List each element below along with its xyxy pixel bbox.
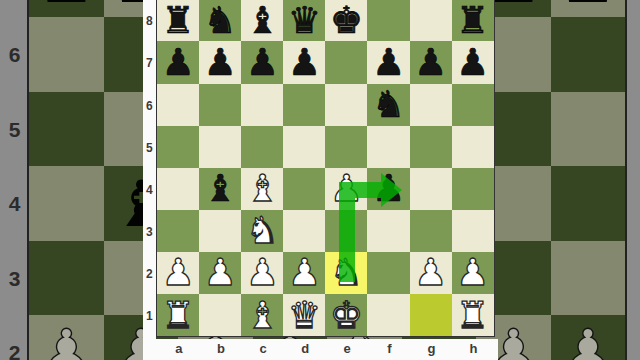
piece-black-bishop[interactable]: ♝	[241, 0, 283, 41]
square-e7[interactable]	[325, 41, 367, 83]
square-e8[interactable]: ♚	[325, 0, 367, 41]
square-h3[interactable]	[452, 210, 494, 252]
square-h6	[551, 17, 626, 92]
file-label-e: e	[326, 339, 368, 360]
square-d7[interactable]: ♟	[283, 41, 325, 83]
rank-label-1: 1	[143, 295, 157, 337]
square-b6[interactable]	[199, 84, 241, 126]
square-g3[interactable]	[410, 210, 452, 252]
file-label-f: f	[368, 339, 410, 360]
square-g2[interactable]: ♟	[410, 252, 452, 294]
square-h6[interactable]	[452, 84, 494, 126]
square-d8[interactable]: ♛	[283, 0, 325, 41]
rank-label-5: 5	[143, 127, 157, 169]
square-h4	[551, 166, 626, 241]
rank-label-3: 3	[143, 211, 157, 253]
piece-black-rook[interactable]: ♜	[157, 0, 199, 41]
piece-white-pawn[interactable]: ♟	[241, 252, 283, 294]
square-c6[interactable]	[241, 84, 283, 126]
square-c5[interactable]	[241, 126, 283, 168]
piece-black-knight[interactable]: ♞	[199, 0, 241, 41]
square-d6[interactable]	[283, 84, 325, 126]
square-h2: ♟	[551, 315, 626, 360]
piece-black-rook[interactable]: ♜	[452, 0, 494, 41]
square-f2[interactable]	[367, 252, 409, 294]
square-a5[interactable]	[157, 126, 199, 168]
piece-black-pawn[interactable]: ♟	[367, 41, 409, 83]
square-f4[interactable]: ♟	[367, 168, 409, 210]
square-c7[interactable]: ♟	[241, 41, 283, 83]
rank-label-4: 4	[143, 169, 157, 211]
square-b1[interactable]	[199, 294, 241, 336]
piece-black-pawn: ♟	[551, 0, 626, 17]
square-a5	[29, 92, 104, 167]
square-a7: ♟	[29, 0, 104, 17]
rank-label-7: 7	[143, 42, 157, 84]
piece-white-queen[interactable]: ♛	[283, 294, 325, 336]
square-h4[interactable]	[452, 168, 494, 210]
piece-white-bishop[interactable]: ♝	[241, 168, 283, 210]
piece-black-pawn[interactable]: ♟	[283, 41, 325, 83]
file-label-g: g	[410, 339, 452, 360]
square-f3[interactable]	[367, 210, 409, 252]
square-a2: ♟	[29, 315, 104, 360]
bg-rank-label-5: 5	[0, 93, 29, 168]
piece-black-pawn[interactable]: ♟	[157, 41, 199, 83]
square-h8[interactable]: ♜	[452, 0, 494, 41]
square-h7: ♟	[551, 0, 626, 17]
rank-labels: 87654321	[143, 0, 157, 360]
piece-black-queen[interactable]: ♛	[283, 0, 325, 41]
square-d1[interactable]: ♛	[283, 294, 325, 336]
piece-white-bishop[interactable]: ♝	[241, 294, 283, 336]
square-e1[interactable]: ♚	[325, 294, 367, 336]
piece-white-pawn[interactable]: ♟	[157, 252, 199, 294]
square-g6[interactable]	[410, 84, 452, 126]
file-label-a: a	[158, 339, 200, 360]
piece-black-knight[interactable]: ♞	[367, 84, 409, 126]
bg-rank-label-3: 3	[0, 242, 29, 317]
square-e3[interactable]	[325, 210, 367, 252]
square-g1[interactable]	[410, 294, 452, 336]
piece-black-pawn[interactable]: ♟	[367, 168, 409, 210]
square-d2[interactable]: ♟	[283, 252, 325, 294]
piece-black-pawn: ♟	[29, 0, 104, 17]
square-c4[interactable]: ♝	[241, 168, 283, 210]
square-a2[interactable]: ♟	[157, 252, 199, 294]
square-a3[interactable]	[157, 210, 199, 252]
piece-white-pawn[interactable]: ♟	[325, 168, 367, 210]
rank-label-8: 8	[143, 0, 157, 42]
rank-label-2: 2	[143, 253, 157, 295]
piece-white-pawn[interactable]: ♟	[452, 252, 494, 294]
rank-label-6: 6	[143, 85, 157, 127]
file-label-h: h	[453, 339, 495, 360]
square-f6[interactable]: ♞	[367, 84, 409, 126]
bg-rank-label-2: 2	[0, 316, 29, 360]
piece-black-pawn[interactable]: ♟	[241, 41, 283, 83]
square-g7[interactable]: ♟	[410, 41, 452, 83]
square-a4[interactable]	[157, 168, 199, 210]
file-label-b: b	[200, 339, 242, 360]
square-c3[interactable]: ♞	[241, 210, 283, 252]
square-c1[interactable]: ♝	[241, 294, 283, 336]
square-g5[interactable]	[410, 126, 452, 168]
bg-rank-label-7: 7	[0, 0, 29, 18]
piece-white-pawn[interactable]: ♟	[410, 252, 452, 294]
square-b2[interactable]: ♟	[199, 252, 241, 294]
piece-black-bishop[interactable]: ♝	[199, 168, 241, 210]
file-label-d: d	[284, 339, 326, 360]
square-a6[interactable]	[157, 84, 199, 126]
piece-white-king[interactable]: ♚	[325, 294, 367, 336]
bg-rank-label-4: 4	[0, 167, 29, 242]
square-a3	[29, 241, 104, 316]
square-b3[interactable]	[199, 210, 241, 252]
square-e4[interactable]: ♟	[325, 168, 367, 210]
bg-rank-label-6: 6	[0, 18, 29, 93]
file-labels: abcdefgh	[143, 339, 498, 360]
square-a6	[29, 17, 104, 92]
piece-white-pawn[interactable]: ♟	[199, 252, 241, 294]
square-f1[interactable]	[367, 294, 409, 336]
piece-black-pawn[interactable]: ♟	[199, 41, 241, 83]
square-h2[interactable]: ♟	[452, 252, 494, 294]
square-b8[interactable]: ♞	[199, 0, 241, 41]
piece-black-pawn[interactable]: ♟	[452, 41, 494, 83]
piece-white-knight[interactable]: ♞	[241, 210, 283, 252]
square-f7[interactable]: ♟	[367, 41, 409, 83]
piece-white-pawn: ♟	[29, 315, 104, 360]
piece-white-pawn[interactable]: ♟	[283, 252, 325, 294]
piece-black-king[interactable]: ♚	[325, 0, 367, 41]
square-g8[interactable]	[410, 0, 452, 41]
square-g4[interactable]	[410, 168, 452, 210]
square-b5[interactable]	[199, 126, 241, 168]
square-f8[interactable]	[367, 0, 409, 41]
square-d3[interactable]	[283, 210, 325, 252]
square-e6[interactable]	[325, 84, 367, 126]
square-h3	[551, 241, 626, 316]
piece-white-pawn: ♟	[551, 315, 626, 360]
square-h1[interactable]: ♜	[452, 294, 494, 336]
piece-black-pawn[interactable]: ♟	[410, 41, 452, 83]
chess-board[interactable]: ♜♞♝♛♚♜♟♟♟♟♟♟♟♞♝♝♟♟♞♟♟♟♟♞♟♟♜♝♛♚♜	[156, 0, 495, 337]
square-e5[interactable]	[325, 126, 367, 168]
piece-white-rook[interactable]: ♜	[157, 294, 199, 336]
square-f5[interactable]	[367, 126, 409, 168]
square-h7[interactable]: ♟	[452, 41, 494, 83]
square-h5[interactable]	[452, 126, 494, 168]
square-d4[interactable]	[283, 168, 325, 210]
square-e2[interactable]: ♞	[325, 252, 367, 294]
piece-white-knight[interactable]: ♞	[325, 252, 367, 294]
square-c8[interactable]: ♝	[241, 0, 283, 41]
square-b7[interactable]: ♟	[199, 41, 241, 83]
file-label-c: c	[242, 339, 284, 360]
square-a7[interactable]: ♟	[157, 41, 199, 83]
piece-white-rook[interactable]: ♜	[452, 294, 494, 336]
app-screen: 87654321 ♜♞♝♛♚♜♟♟♟♟♟♟♟♞♝♝♟♟♞♟♟♟♟♞♟♟♜♝♛♚♜…	[0, 0, 640, 360]
square-a8[interactable]: ♜	[157, 0, 199, 41]
square-c2[interactable]: ♟	[241, 252, 283, 294]
square-d5[interactable]	[283, 126, 325, 168]
square-a1[interactable]: ♜	[157, 294, 199, 336]
square-a4	[29, 166, 104, 241]
square-h5	[551, 92, 626, 167]
square-b4[interactable]: ♝	[199, 168, 241, 210]
